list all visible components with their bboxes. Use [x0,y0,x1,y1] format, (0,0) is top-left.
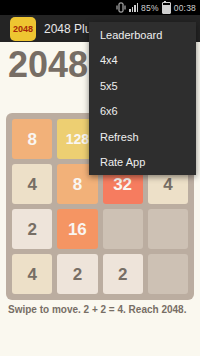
app-title: 2048 Plu [44,22,91,36]
hint-text: Swipe to move. 2 + 2 = 4. Reach 2048. [8,304,196,315]
signal-strength-icon [129,3,138,12]
menu-item-6x6[interactable]: 6x6 [89,99,196,125]
menu-item-rate-app[interactable]: Rate App [89,150,196,176]
menu-item-5x5[interactable]: 5x5 [89,73,196,99]
menu-item-refresh[interactable]: Refresh [89,124,196,150]
tile-2: 2 [12,209,52,249]
battery-icon [162,2,171,14]
menu-item-4x4[interactable]: 4x4 [89,48,196,74]
tile-4: 4 [12,254,52,294]
tile-4: 4 [12,164,52,204]
status-bar: 85% 00:38 [0,0,200,15]
tile-8: 8 [12,119,52,159]
menu-item-leaderboard[interactable]: Leaderboard [89,22,196,48]
clock: 00:38 [174,3,196,13]
game-title: 2048 [8,44,88,86]
battery-percent: 85% [141,3,159,13]
vibrate-icon [116,2,126,13]
phone-screen: 85% 00:38 2048 2048 Plu 2048 81284832421… [0,0,200,356]
tile-2: 2 [103,254,143,294]
options-menu: Leaderboard 4x4 5x5 6x6 Refresh Rate App [89,22,196,175]
app-icon: 2048 [10,17,36,41]
empty-cell [148,209,188,249]
empty-cell [148,254,188,294]
tile-16: 16 [57,209,97,249]
tile-2: 2 [57,254,97,294]
empty-cell [103,209,143,249]
